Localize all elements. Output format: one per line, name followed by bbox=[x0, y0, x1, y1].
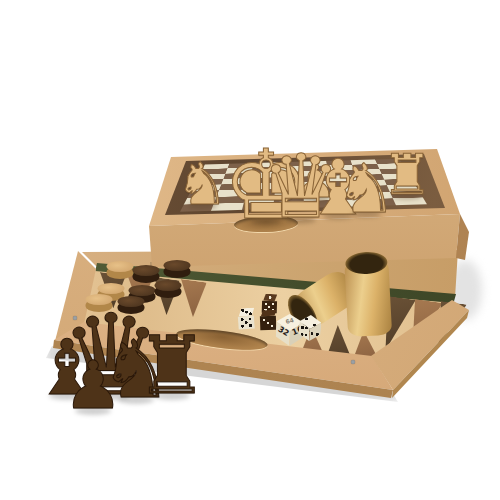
dark-rook: ♜ bbox=[136, 326, 208, 406]
white-die-left bbox=[237, 307, 256, 329]
white-rook: ♜ bbox=[382, 147, 432, 203]
checker-top bbox=[164, 260, 191, 271]
checker-top bbox=[133, 265, 160, 276]
product-photo-scene: ♞♟♚♛♝♞♜ 32 16 64 ♝♛♟♞♜ bbox=[0, 0, 500, 500]
checker-top bbox=[107, 261, 134, 272]
white-knight-left: ♞ bbox=[176, 155, 228, 213]
dark-die-lower-front-face bbox=[260, 316, 276, 331]
case-front-face bbox=[0, 0, 500, 500]
tray-screw-right bbox=[351, 360, 355, 364]
checker-dark-3 bbox=[164, 260, 191, 278]
dice-cup-standing bbox=[344, 251, 392, 337]
checker-light-1 bbox=[107, 261, 134, 279]
white-die-right bbox=[298, 314, 322, 341]
white-die-left-front-face bbox=[238, 316, 255, 330]
